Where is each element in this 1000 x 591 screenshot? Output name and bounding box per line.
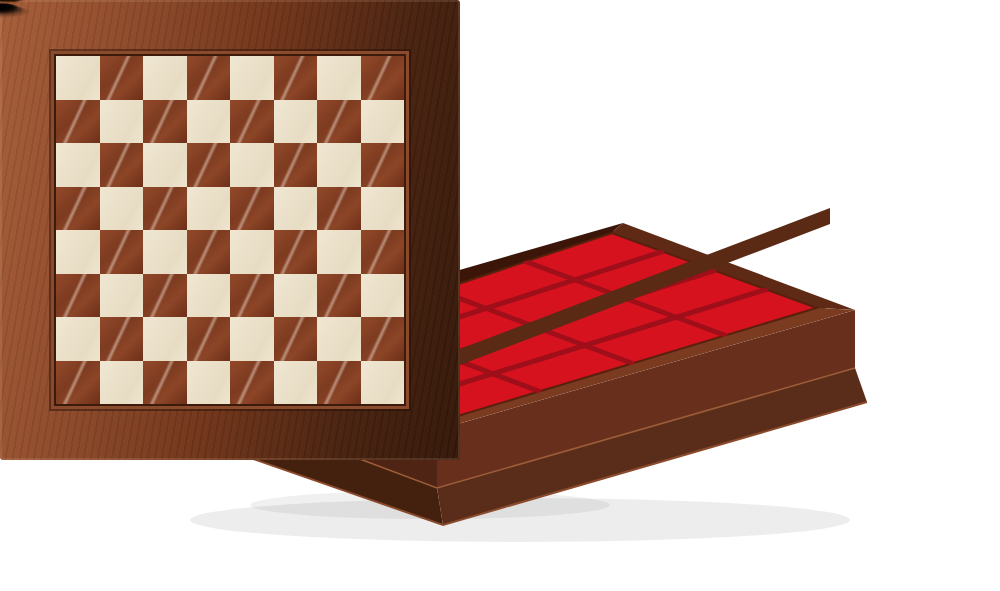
square-b7[interactable] bbox=[100, 100, 144, 144]
square-g7[interactable] bbox=[317, 100, 361, 144]
square-c4[interactable] bbox=[143, 230, 187, 274]
square-d2[interactable] bbox=[187, 317, 231, 361]
square-c3[interactable] bbox=[143, 274, 187, 318]
square-f4[interactable] bbox=[274, 230, 318, 274]
square-e4[interactable] bbox=[230, 230, 274, 274]
square-a1[interactable] bbox=[56, 361, 100, 405]
square-a2[interactable] bbox=[56, 317, 100, 361]
square-f1[interactable] bbox=[274, 361, 318, 405]
square-h1[interactable] bbox=[361, 361, 405, 405]
chess-board bbox=[0, 0, 460, 460]
square-c2[interactable] bbox=[143, 317, 187, 361]
square-b3[interactable] bbox=[100, 274, 144, 318]
square-g2[interactable] bbox=[317, 317, 361, 361]
square-c8[interactable] bbox=[143, 56, 187, 100]
square-f3[interactable] bbox=[274, 274, 318, 318]
square-h6[interactable] bbox=[361, 143, 405, 187]
square-g1[interactable] bbox=[317, 361, 361, 405]
square-c1[interactable] bbox=[143, 361, 187, 405]
square-c6[interactable] bbox=[143, 143, 187, 187]
square-c5[interactable] bbox=[143, 187, 187, 231]
square-e3[interactable] bbox=[230, 274, 274, 318]
square-b8[interactable] bbox=[100, 56, 144, 100]
square-e8[interactable] bbox=[230, 56, 274, 100]
square-b1[interactable] bbox=[100, 361, 144, 405]
square-e5[interactable] bbox=[230, 187, 274, 231]
square-h4[interactable] bbox=[361, 230, 405, 274]
square-b2[interactable] bbox=[100, 317, 144, 361]
square-h5[interactable] bbox=[361, 187, 405, 231]
square-e7[interactable] bbox=[230, 100, 274, 144]
square-a4[interactable] bbox=[56, 230, 100, 274]
square-a8[interactable] bbox=[56, 56, 100, 100]
square-b5[interactable] bbox=[100, 187, 144, 231]
square-b4[interactable] bbox=[100, 230, 144, 274]
square-h8[interactable] bbox=[361, 56, 405, 100]
square-d3[interactable] bbox=[187, 274, 231, 318]
square-a7[interactable] bbox=[56, 100, 100, 144]
square-d4[interactable] bbox=[187, 230, 231, 274]
square-d8[interactable] bbox=[187, 56, 231, 100]
board-field bbox=[56, 56, 404, 404]
square-e6[interactable] bbox=[230, 143, 274, 187]
square-a5[interactable] bbox=[56, 187, 100, 231]
square-f6[interactable] bbox=[274, 143, 318, 187]
square-h3[interactable] bbox=[361, 274, 405, 318]
square-d7[interactable] bbox=[187, 100, 231, 144]
square-b6[interactable] bbox=[100, 143, 144, 187]
square-a6[interactable] bbox=[56, 143, 100, 187]
square-g5[interactable] bbox=[317, 187, 361, 231]
square-d1[interactable] bbox=[187, 361, 231, 405]
square-e2[interactable] bbox=[230, 317, 274, 361]
square-h7[interactable] bbox=[361, 100, 405, 144]
square-f5[interactable] bbox=[274, 187, 318, 231]
square-c7[interactable] bbox=[143, 100, 187, 144]
square-e1[interactable] bbox=[230, 361, 274, 405]
square-g3[interactable] bbox=[317, 274, 361, 318]
square-g6[interactable] bbox=[317, 143, 361, 187]
chess-set-photo: ♞ ♜♞♝♛♚♝♞♜♟♟♟♟♟♟♟♟♟♟♟♟♟♟♟♟♜♞♝♛♚♝♞♜ bbox=[0, 0, 1000, 591]
square-h2[interactable] bbox=[361, 317, 405, 361]
square-d6[interactable] bbox=[187, 143, 231, 187]
square-a3[interactable] bbox=[56, 274, 100, 318]
square-g4[interactable] bbox=[317, 230, 361, 274]
square-f8[interactable] bbox=[274, 56, 318, 100]
square-f2[interactable] bbox=[274, 317, 318, 361]
square-g8[interactable] bbox=[317, 56, 361, 100]
square-d5[interactable] bbox=[187, 187, 231, 231]
square-f7[interactable] bbox=[274, 100, 318, 144]
